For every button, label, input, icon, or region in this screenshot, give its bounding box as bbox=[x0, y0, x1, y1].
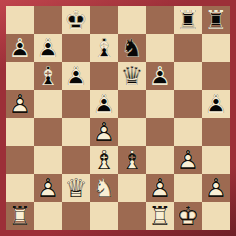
square-h2[interactable]: ♟♙ bbox=[202, 174, 230, 202]
knight-glyph-fill: ♞ bbox=[118, 34, 146, 62]
square-g6[interactable] bbox=[174, 62, 202, 90]
king-glyph-fill: ♚ bbox=[62, 6, 90, 34]
piece-white-rook-f1[interactable]: ♜♖ bbox=[146, 202, 174, 230]
square-e8[interactable] bbox=[118, 6, 146, 34]
square-c1[interactable] bbox=[62, 202, 90, 230]
square-f3[interactable] bbox=[146, 146, 174, 174]
square-c7[interactable] bbox=[62, 34, 90, 62]
square-c2[interactable]: ♛♕ bbox=[62, 174, 90, 202]
square-g8[interactable]: ♜♖ bbox=[174, 6, 202, 34]
rook-glyph-outline: ♖ bbox=[146, 202, 174, 230]
pawn-glyph-outline: ♙ bbox=[34, 34, 62, 62]
square-c5[interactable] bbox=[62, 90, 90, 118]
piece-black-pawn-c6[interactable]: ♟♙ bbox=[62, 62, 90, 90]
rook-glyph-outline: ♖ bbox=[174, 6, 202, 34]
bishop-glyph-fill: ♝ bbox=[90, 34, 118, 62]
bishop-glyph-outline: ♗ bbox=[90, 146, 118, 174]
square-a4[interactable] bbox=[6, 118, 34, 146]
square-c4[interactable] bbox=[62, 118, 90, 146]
square-a1[interactable]: ♜♖ bbox=[6, 202, 34, 230]
square-h3[interactable] bbox=[202, 146, 230, 174]
piece-white-bishop-d3[interactable]: ♝♗ bbox=[90, 146, 118, 174]
piece-black-rook-g8[interactable]: ♜♖ bbox=[174, 6, 202, 34]
queen-glyph-outline: ♕ bbox=[62, 174, 90, 202]
rook-glyph-outline: ♖ bbox=[202, 6, 230, 34]
rook-glyph-fill: ♜ bbox=[6, 202, 34, 230]
square-d4[interactable]: ♟♙ bbox=[90, 118, 118, 146]
square-b4[interactable] bbox=[34, 118, 62, 146]
piece-white-pawn-f2[interactable]: ♟♙ bbox=[146, 174, 174, 202]
piece-white-pawn-d4[interactable]: ♟♙ bbox=[90, 118, 118, 146]
piece-white-rook-a1[interactable]: ♜♖ bbox=[6, 202, 34, 230]
square-d5[interactable]: ♟♙ bbox=[90, 90, 118, 118]
rook-glyph-fill: ♜ bbox=[174, 6, 202, 34]
piece-black-pawn-f6[interactable]: ♟♙ bbox=[146, 62, 174, 90]
square-b5[interactable] bbox=[34, 90, 62, 118]
chess-board: ♚♔♜♖♜♖♟♙♟♙♝♗♞♘♝♗♟♙♛♕♟♙♟♙♟♙♟♙♟♙♝♗♝♗♟♙♟♙♛♕… bbox=[6, 6, 230, 230]
square-e3[interactable]: ♝♗ bbox=[118, 146, 146, 174]
square-b6[interactable]: ♝♗ bbox=[34, 62, 62, 90]
square-b8[interactable] bbox=[34, 6, 62, 34]
piece-black-queen-e6[interactable]: ♛♕ bbox=[118, 62, 146, 90]
queen-glyph-outline: ♕ bbox=[118, 62, 146, 90]
bishop-glyph-outline: ♗ bbox=[34, 62, 62, 90]
bishop-glyph-fill: ♝ bbox=[90, 146, 118, 174]
square-d1[interactable] bbox=[90, 202, 118, 230]
square-f5[interactable] bbox=[146, 90, 174, 118]
square-h7[interactable] bbox=[202, 34, 230, 62]
square-h6[interactable] bbox=[202, 62, 230, 90]
square-f7[interactable] bbox=[146, 34, 174, 62]
square-d8[interactable] bbox=[90, 6, 118, 34]
queen-glyph-fill: ♛ bbox=[62, 174, 90, 202]
square-f2[interactable]: ♟♙ bbox=[146, 174, 174, 202]
pawn-glyph-outline: ♙ bbox=[6, 90, 34, 118]
knight-glyph-outline: ♘ bbox=[118, 34, 146, 62]
square-a8[interactable] bbox=[6, 6, 34, 34]
square-e5[interactable] bbox=[118, 90, 146, 118]
square-d6[interactable] bbox=[90, 62, 118, 90]
square-e4[interactable] bbox=[118, 118, 146, 146]
board-frame: ♚♔♜♖♜♖♟♙♟♙♝♗♞♘♝♗♟♙♛♕♟♙♟♙♟♙♟♙♟♙♝♗♝♗♟♙♟♙♛♕… bbox=[0, 0, 236, 236]
square-d2[interactable]: ♞♘ bbox=[90, 174, 118, 202]
square-a6[interactable] bbox=[6, 62, 34, 90]
square-e6[interactable]: ♛♕ bbox=[118, 62, 146, 90]
king-glyph-fill: ♚ bbox=[174, 202, 202, 230]
piece-black-bishop-d7[interactable]: ♝♗ bbox=[90, 34, 118, 62]
piece-white-pawn-h2[interactable]: ♟♙ bbox=[202, 174, 230, 202]
rook-glyph-outline: ♖ bbox=[6, 202, 34, 230]
square-c3[interactable] bbox=[62, 146, 90, 174]
square-b7[interactable]: ♟♙ bbox=[34, 34, 62, 62]
square-g1[interactable]: ♚♔ bbox=[174, 202, 202, 230]
square-f8[interactable] bbox=[146, 6, 174, 34]
square-g7[interactable] bbox=[174, 34, 202, 62]
square-h4[interactable] bbox=[202, 118, 230, 146]
piece-black-pawn-b7[interactable]: ♟♙ bbox=[34, 34, 62, 62]
square-e2[interactable] bbox=[118, 174, 146, 202]
square-g4[interactable] bbox=[174, 118, 202, 146]
pawn-glyph-outline: ♙ bbox=[202, 90, 230, 118]
square-g3[interactable]: ♟♙ bbox=[174, 146, 202, 174]
pawn-glyph-fill: ♟ bbox=[90, 118, 118, 146]
pawn-glyph-fill: ♟ bbox=[6, 34, 34, 62]
pawn-glyph-fill: ♟ bbox=[34, 174, 62, 202]
square-h5[interactable]: ♟♙ bbox=[202, 90, 230, 118]
square-g5[interactable] bbox=[174, 90, 202, 118]
piece-black-pawn-a7[interactable]: ♟♙ bbox=[6, 34, 34, 62]
square-e1[interactable] bbox=[118, 202, 146, 230]
pawn-glyph-outline: ♙ bbox=[90, 90, 118, 118]
square-a5[interactable]: ♟♙ bbox=[6, 90, 34, 118]
square-b3[interactable] bbox=[34, 146, 62, 174]
bishop-glyph-fill: ♝ bbox=[118, 146, 146, 174]
square-d3[interactable]: ♝♗ bbox=[90, 146, 118, 174]
square-a7[interactable]: ♟♙ bbox=[6, 34, 34, 62]
piece-white-king-g1[interactable]: ♚♔ bbox=[174, 202, 202, 230]
square-d7[interactable]: ♝♗ bbox=[90, 34, 118, 62]
pawn-glyph-outline: ♙ bbox=[202, 174, 230, 202]
piece-white-bishop-e3[interactable]: ♝♗ bbox=[118, 146, 146, 174]
pawn-glyph-outline: ♙ bbox=[146, 174, 174, 202]
knight-glyph-outline: ♘ bbox=[90, 174, 118, 202]
piece-black-pawn-d5[interactable]: ♟♙ bbox=[90, 90, 118, 118]
square-h8[interactable]: ♜♖ bbox=[202, 6, 230, 34]
pawn-glyph-outline: ♙ bbox=[174, 146, 202, 174]
piece-black-bishop-b6[interactable]: ♝♗ bbox=[34, 62, 62, 90]
king-glyph-outline: ♔ bbox=[174, 202, 202, 230]
pawn-glyph-fill: ♟ bbox=[62, 62, 90, 90]
pawn-glyph-outline: ♙ bbox=[146, 62, 174, 90]
pawn-glyph-outline: ♙ bbox=[90, 118, 118, 146]
piece-white-pawn-b2[interactable]: ♟♙ bbox=[34, 174, 62, 202]
pawn-glyph-fill: ♟ bbox=[174, 146, 202, 174]
piece-white-pawn-a5[interactable]: ♟♙ bbox=[6, 90, 34, 118]
square-e7[interactable]: ♞♘ bbox=[118, 34, 146, 62]
pawn-glyph-fill: ♟ bbox=[90, 90, 118, 118]
square-g2[interactable] bbox=[174, 174, 202, 202]
pawn-glyph-fill: ♟ bbox=[34, 34, 62, 62]
pawn-glyph-fill: ♟ bbox=[146, 62, 174, 90]
pawn-glyph-fill: ♟ bbox=[6, 90, 34, 118]
bishop-glyph-outline: ♗ bbox=[90, 34, 118, 62]
square-f6[interactable]: ♟♙ bbox=[146, 62, 174, 90]
piece-black-knight-e7[interactable]: ♞♘ bbox=[118, 34, 146, 62]
pawn-glyph-fill: ♟ bbox=[202, 174, 230, 202]
rook-glyph-fill: ♜ bbox=[146, 202, 174, 230]
square-c8[interactable]: ♚♔ bbox=[62, 6, 90, 34]
square-b1[interactable] bbox=[34, 202, 62, 230]
piece-black-rook-h8[interactable]: ♜♖ bbox=[202, 6, 230, 34]
bishop-glyph-outline: ♗ bbox=[118, 146, 146, 174]
king-glyph-outline: ♔ bbox=[62, 6, 90, 34]
square-b2[interactable]: ♟♙ bbox=[34, 174, 62, 202]
square-c6[interactable]: ♟♙ bbox=[62, 62, 90, 90]
pawn-glyph-outline: ♙ bbox=[34, 174, 62, 202]
pawn-glyph-outline: ♙ bbox=[6, 34, 34, 62]
queen-glyph-fill: ♛ bbox=[118, 62, 146, 90]
piece-white-knight-d2[interactable]: ♞♘ bbox=[90, 174, 118, 202]
bishop-glyph-fill: ♝ bbox=[34, 62, 62, 90]
square-f1[interactable]: ♜♖ bbox=[146, 202, 174, 230]
piece-white-pawn-g3[interactable]: ♟♙ bbox=[174, 146, 202, 174]
square-f4[interactable] bbox=[146, 118, 174, 146]
rook-glyph-fill: ♜ bbox=[202, 6, 230, 34]
piece-white-queen-c2[interactable]: ♛♕ bbox=[62, 174, 90, 202]
piece-black-pawn-h5[interactable]: ♟♙ bbox=[202, 90, 230, 118]
pawn-glyph-fill: ♟ bbox=[202, 90, 230, 118]
pawn-glyph-outline: ♙ bbox=[62, 62, 90, 90]
pawn-glyph-fill: ♟ bbox=[146, 174, 174, 202]
square-a3[interactable] bbox=[6, 146, 34, 174]
piece-black-king-c8[interactable]: ♚♔ bbox=[62, 6, 90, 34]
square-h1[interactable] bbox=[202, 202, 230, 230]
knight-glyph-fill: ♞ bbox=[90, 174, 118, 202]
square-a2[interactable] bbox=[6, 174, 34, 202]
